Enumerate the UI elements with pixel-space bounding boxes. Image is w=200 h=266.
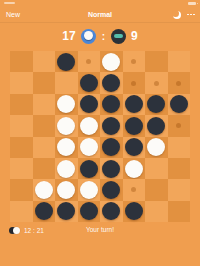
black-disc — [102, 95, 120, 113]
black-disc — [147, 117, 165, 135]
board-cell[interactable] — [33, 179, 56, 200]
more-icon[interactable] — [187, 14, 195, 16]
board-cell[interactable] — [33, 201, 56, 222]
board-cell[interactable] — [100, 51, 123, 72]
board-cell[interactable] — [78, 137, 101, 158]
board-cell[interactable] — [100, 94, 123, 115]
board-cell[interactable] — [100, 201, 123, 222]
board-cell[interactable] — [168, 72, 191, 93]
battery-icon — [188, 2, 196, 6]
board-cell[interactable] — [100, 137, 123, 158]
board-cell[interactable] — [123, 115, 146, 136]
board-cell[interactable] — [123, 72, 146, 93]
white-disc — [57, 95, 75, 113]
black-disc — [147, 95, 165, 113]
score-separator: : — [102, 31, 105, 42]
white-disc — [102, 53, 120, 71]
white-disc — [57, 160, 75, 178]
black-disc — [57, 202, 75, 220]
white-disc — [80, 117, 98, 135]
footer: 12 : 21 Your turn! — [0, 224, 200, 236]
page-title: Normal — [0, 10, 200, 19]
black-disc — [170, 95, 188, 113]
board-cell[interactable] — [123, 158, 146, 179]
board-cell[interactable] — [123, 201, 146, 222]
board-cell[interactable] — [10, 179, 33, 200]
white-disc — [57, 181, 75, 199]
board-cell[interactable] — [145, 201, 168, 222]
player-avatar-icon — [81, 29, 96, 44]
board-cell[interactable] — [145, 115, 168, 136]
board-cell[interactable] — [55, 137, 78, 158]
board-cell[interactable] — [78, 51, 101, 72]
black-disc — [102, 181, 120, 199]
board-cell[interactable] — [55, 201, 78, 222]
black-disc — [80, 160, 98, 178]
white-disc — [80, 181, 98, 199]
board-cell[interactable] — [78, 158, 101, 179]
board-cell[interactable] — [55, 179, 78, 200]
board-cell[interactable] — [78, 72, 101, 93]
board-cell[interactable] — [168, 201, 191, 222]
board-cell[interactable] — [123, 179, 146, 200]
black-disc — [125, 202, 143, 220]
score-header: 17 : 9 — [0, 26, 200, 46]
white-disc — [125, 160, 143, 178]
board-cell[interactable] — [168, 115, 191, 136]
black-disc — [102, 117, 120, 135]
black-disc — [102, 74, 120, 92]
white-disc — [35, 181, 53, 199]
board-cell[interactable] — [100, 158, 123, 179]
black-disc — [80, 95, 98, 113]
board-cell[interactable] — [55, 72, 78, 93]
black-disc — [125, 138, 143, 156]
board-cell[interactable] — [100, 115, 123, 136]
robot-visor — [114, 34, 123, 38]
board-cell[interactable] — [145, 51, 168, 72]
white-disc — [57, 117, 75, 135]
nav-bar: New Normal — [0, 7, 200, 23]
turn-status: Your turn! — [0, 226, 200, 233]
white-disc-icon — [84, 31, 93, 40]
board-cell[interactable] — [145, 137, 168, 158]
moon-icon[interactable] — [172, 10, 181, 19]
board-cell[interactable] — [168, 137, 191, 158]
board-cell[interactable] — [55, 115, 78, 136]
board-cell[interactable] — [10, 137, 33, 158]
legal-move-hint[interactable] — [131, 187, 136, 192]
othello-board — [10, 51, 190, 222]
board-cell[interactable] — [168, 94, 191, 115]
white-disc — [80, 138, 98, 156]
board-cell[interactable] — [145, 158, 168, 179]
board-cell[interactable] — [10, 158, 33, 179]
legal-move-hint[interactable] — [154, 81, 159, 86]
board-cell[interactable] — [33, 94, 56, 115]
legal-move-hint[interactable] — [176, 123, 181, 128]
white-disc — [147, 138, 165, 156]
board-cell[interactable] — [10, 51, 33, 72]
board-cell[interactable] — [33, 137, 56, 158]
board-cell[interactable] — [33, 51, 56, 72]
board-cell[interactable] — [33, 115, 56, 136]
app-screen: New Normal 17 : 9 12 : 21 Your turn! — [0, 0, 200, 266]
robot-icon — [111, 29, 126, 44]
board-cell[interactable] — [33, 158, 56, 179]
board-cell[interactable] — [123, 94, 146, 115]
board-cell[interactable] — [123, 137, 146, 158]
legal-move-hint[interactable] — [86, 59, 91, 64]
black-disc — [102, 160, 120, 178]
board-cell[interactable] — [78, 94, 101, 115]
board-cell[interactable] — [78, 115, 101, 136]
status-bar — [0, 0, 200, 7]
board-cell[interactable] — [100, 72, 123, 93]
board-cell[interactable] — [10, 72, 33, 93]
ai-score: 9 — [131, 29, 138, 43]
board-cell[interactable] — [10, 115, 33, 136]
black-disc — [57, 53, 75, 71]
black-disc — [102, 138, 120, 156]
white-disc — [57, 138, 75, 156]
board-cell[interactable] — [55, 94, 78, 115]
player-score: 17 — [62, 29, 75, 43]
legal-move-hint[interactable] — [131, 59, 136, 64]
black-disc — [80, 74, 98, 92]
black-disc — [102, 202, 120, 220]
board-cell[interactable] — [78, 201, 101, 222]
board-cell[interactable] — [145, 179, 168, 200]
black-disc — [80, 202, 98, 220]
board-cell[interactable] — [10, 201, 33, 222]
legal-move-hint[interactable] — [176, 81, 181, 86]
board-cell[interactable] — [145, 72, 168, 93]
board-cell[interactable] — [123, 51, 146, 72]
legal-move-hint[interactable] — [131, 81, 136, 86]
board-cell[interactable] — [168, 51, 191, 72]
black-disc — [35, 202, 53, 220]
board-cell[interactable] — [168, 158, 191, 179]
board-cell[interactable] — [55, 158, 78, 179]
board-cell[interactable] — [10, 94, 33, 115]
status-left-indicator — [4, 2, 15, 4]
board-cell[interactable] — [100, 179, 123, 200]
board-cell[interactable] — [168, 179, 191, 200]
board-cell[interactable] — [78, 179, 101, 200]
black-disc — [125, 95, 143, 113]
black-disc — [125, 117, 143, 135]
board-cell[interactable] — [55, 51, 78, 72]
board-cell[interactable] — [33, 72, 56, 93]
board-cell[interactable] — [145, 94, 168, 115]
